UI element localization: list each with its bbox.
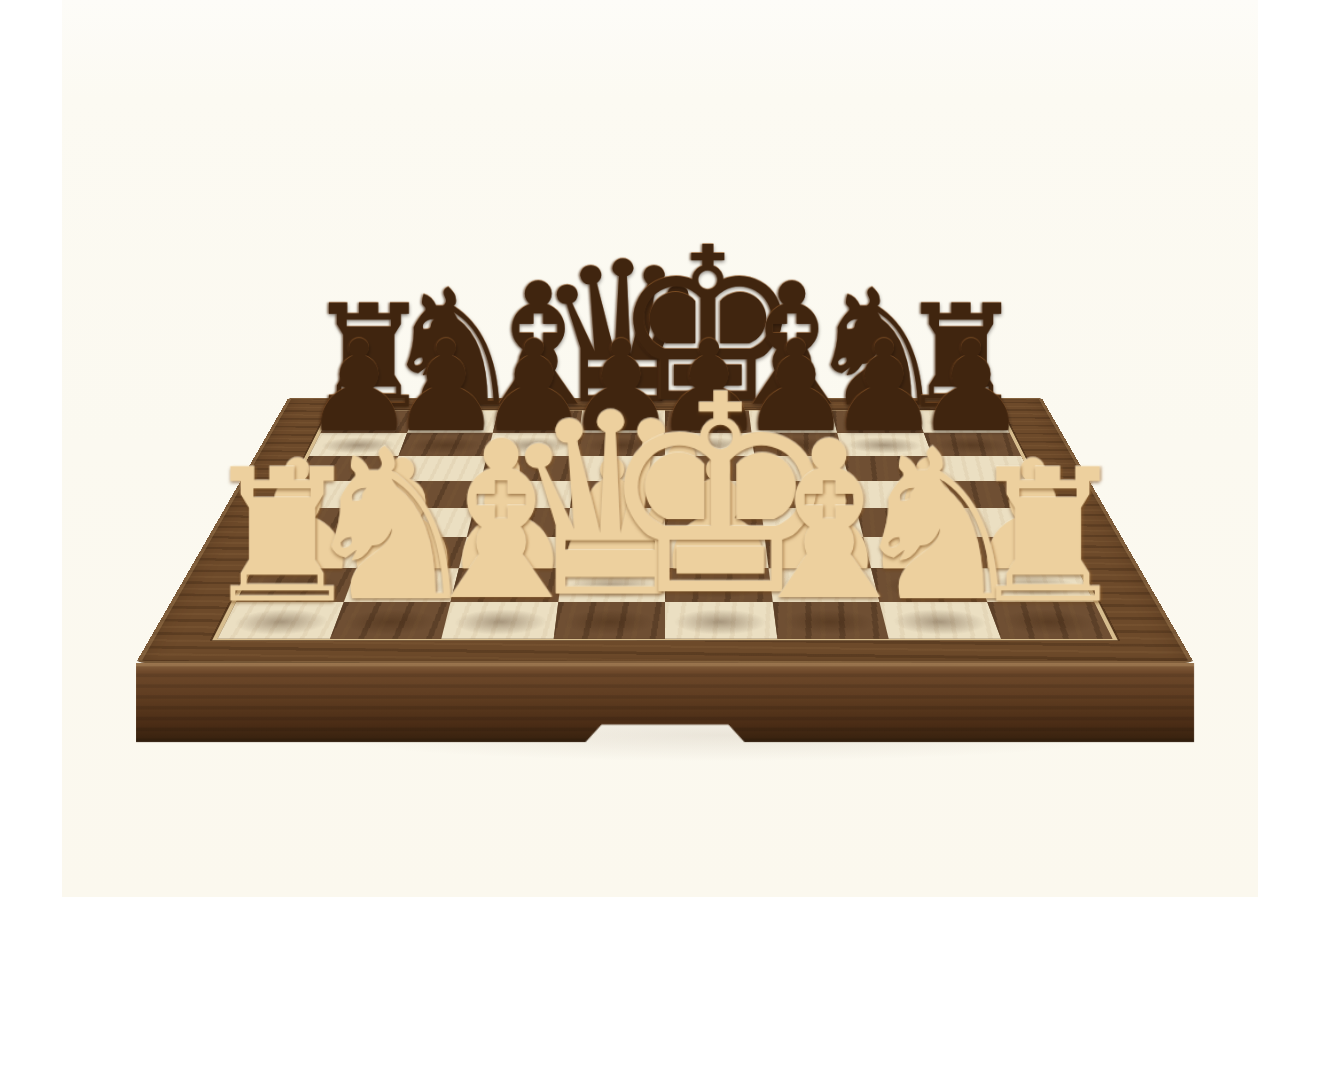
piece-white-rook-h1: ♜ [865,230,1232,620]
playing-area: ♜♞♝♛♚♝♞♜♟♟♟♟♟♟♟♟♟♟♟♟♟♟♟♟♜♞♝♛♚♝♞♜ [212,410,1118,641]
product-photo-backdrop: ♜♞♝♛♚♝♞♜♟♟♟♟♟♟♟♟♟♟♟♟♟♟♟♟♜♞♝♛♚♝♞♜ [62,0,1258,897]
rook-glyph: ♜ [966,446,1130,629]
square-h1: ♜ [987,602,1113,639]
chess-board: ♜♞♝♛♚♝♞♜♟♟♟♟♟♟♟♟♟♟♟♟♟♟♟♟♜♞♝♛♚♝♞♜ [136,398,1194,663]
page-background: ♜♞♝♛♚♝♞♜♟♟♟♟♟♟♟♟♟♟♟♟♟♟♟♟♜♞♝♛♚♝♞♜ chess r… [0,0,1320,1080]
